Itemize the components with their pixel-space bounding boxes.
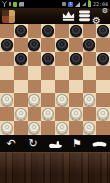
board-square-r8c4[interactable] [41, 121, 55, 135]
top-toolbar: ⚙ ⚙ [0, 8, 110, 24]
black-man[interactable] [97, 25, 109, 37]
board-square-r8c1[interactable] [0, 121, 14, 135]
white-man[interactable] [28, 122, 40, 134]
board-square-r1c4[interactable] [41, 24, 55, 38]
board-square-r2c3[interactable] [28, 38, 42, 52]
board-square-r1c8[interactable] [96, 24, 110, 38]
board-square-r7c4[interactable] [41, 107, 55, 121]
restart-icon: ↻ [28, 138, 37, 149]
board-square-r7c2[interactable] [14, 107, 28, 121]
board-square-r5c2[interactable] [14, 80, 28, 94]
board-square-r8c5[interactable] [55, 121, 69, 135]
board-square-r8c7[interactable] [83, 121, 97, 135]
white-man[interactable] [97, 108, 109, 120]
white-man[interactable] [83, 94, 95, 106]
checkers-app-icon [2, 10, 15, 23]
board-square-r6c3[interactable] [28, 93, 42, 107]
board-square-r8c3[interactable] [28, 121, 42, 135]
board-square-r2c2[interactable] [14, 38, 28, 52]
board-square-r7c6[interactable] [69, 107, 83, 121]
wood-background [0, 152, 110, 183]
white-man[interactable] [70, 108, 82, 120]
hint-button[interactable] [46, 136, 64, 151]
board-square-r2c6[interactable] [69, 38, 83, 52]
board-square-r7c3[interactable] [28, 107, 42, 121]
board-square-r6c7[interactable] [83, 93, 97, 107]
board-square-r3c6[interactable] [69, 52, 83, 66]
board-square-r4c4[interactable] [41, 66, 55, 80]
board-square-r7c7[interactable] [83, 107, 97, 121]
white-man[interactable] [83, 122, 95, 134]
black-man[interactable] [70, 25, 82, 37]
board-square-r6c8[interactable] [96, 93, 110, 107]
antenna-icon [2, 1, 7, 7]
toolbar-actions: ⚙ ⚙ [60, 9, 108, 23]
clock-text: 22:04 [93, 2, 108, 7]
app-screen: 1 22:04 [0, 0, 110, 183]
board-square-r7c5[interactable] [55, 107, 69, 121]
black-man[interactable] [28, 39, 40, 51]
board-square-r5c7[interactable] [83, 80, 97, 94]
board-square-r8c8[interactable] [96, 121, 110, 135]
status-misc-icon [9, 2, 11, 6]
board-square-r7c1[interactable] [0, 107, 14, 121]
board-square-r4c1[interactable] [0, 66, 14, 80]
board-square-r3c4[interactable] [41, 52, 55, 66]
board-square-r3c5[interactable] [55, 52, 69, 66]
coins-button[interactable] [76, 9, 92, 23]
battery-icon [88, 1, 91, 7]
board-square-r4c2[interactable] [14, 66, 28, 80]
board-square-r8c6[interactable] [69, 121, 83, 135]
board-square-r2c5[interactable] [55, 38, 69, 52]
hint-icon [48, 138, 63, 149]
status-left-icons [2, 1, 24, 7]
status-misc-icon-2 [62, 2, 66, 6]
board-square-r5c6[interactable] [69, 80, 83, 94]
black-man[interactable] [70, 53, 82, 65]
board-square-r1c5[interactable] [55, 24, 69, 38]
board-square-r6c4[interactable] [41, 93, 55, 107]
white-man[interactable] [28, 94, 40, 106]
black-man[interactable] [1, 39, 13, 51]
board-square-r2c1[interactable] [0, 38, 14, 52]
board-square-r5c8[interactable] [96, 80, 110, 94]
coins-stack-icon [78, 10, 91, 22]
board-square-r4c3[interactable] [28, 66, 42, 80]
crown-icon [61, 10, 76, 22]
board-square-r4c8[interactable] [96, 66, 110, 80]
checkers-board [0, 24, 110, 135]
restart-button[interactable]: ↻ [24, 136, 42, 151]
undo-icon: ↶ [6, 138, 15, 149]
board-square-r3c7[interactable] [83, 52, 97, 66]
board-square-r1c7[interactable] [83, 24, 97, 38]
bottom-toolbar: ↶ ↻ ⚑ [0, 135, 110, 152]
board-square-r4c7[interactable] [83, 66, 97, 80]
board-square-r1c2[interactable] [14, 24, 28, 38]
board-square-r2c4[interactable] [41, 38, 55, 52]
board-square-r2c8[interactable] [96, 38, 110, 52]
white-man[interactable] [1, 122, 13, 134]
board-square-r6c5[interactable] [55, 93, 69, 107]
white-man[interactable] [1, 94, 13, 106]
resign-button[interactable]: ⚑ [68, 136, 86, 151]
board-square-r8c2[interactable] [14, 121, 28, 135]
board-square-r5c5[interactable] [55, 80, 69, 94]
white-man[interactable] [42, 108, 54, 120]
app-notification-icon [13, 2, 17, 7]
board-square-r3c8[interactable] [96, 52, 110, 66]
black-man[interactable] [15, 25, 27, 37]
flag-icon: ⚑ [72, 138, 82, 149]
handshake-icon [92, 139, 107, 149]
undo-button[interactable]: ↶ [2, 136, 20, 151]
draw-offer-button[interactable] [90, 136, 108, 151]
sdcard-icon [19, 2, 24, 7]
board-square-r6c6[interactable] [69, 93, 83, 107]
settings-gears-icon: ⚙ ⚙ [93, 10, 107, 23]
notification-badge: 1 [68, 2, 73, 7]
white-man[interactable] [15, 108, 27, 120]
board-square-r4c5[interactable] [55, 66, 69, 80]
black-man[interactable] [15, 53, 27, 65]
white-man[interactable] [56, 122, 68, 134]
board-square-r1c6[interactable] [69, 24, 83, 38]
signal-triangle-icon [75, 2, 80, 7]
board-square-r1c1[interactable] [0, 24, 14, 38]
crown-button[interactable] [60, 9, 76, 23]
settings-button[interactable]: ⚙ ⚙ [92, 9, 108, 23]
black-man[interactable] [56, 39, 68, 51]
black-man[interactable] [97, 53, 109, 65]
board-square-r4c6[interactable] [69, 66, 83, 80]
black-man[interactable] [42, 53, 54, 65]
signal-triangle-icon-2 [82, 2, 86, 6]
board-square-r5c3[interactable] [28, 80, 42, 94]
board-square-r7c8[interactable] [96, 107, 110, 121]
board-square-r3c1[interactable] [0, 52, 14, 66]
board-square-r6c1[interactable] [0, 93, 14, 107]
black-man[interactable] [83, 39, 95, 51]
status-bar: 1 22:04 [0, 0, 110, 8]
board-square-r2c7[interactable] [83, 38, 97, 52]
board-square-r5c4[interactable] [41, 80, 55, 94]
board-square-r1c3[interactable] [28, 24, 42, 38]
board-square-r3c2[interactable] [14, 52, 28, 66]
board-square-r6c2[interactable] [14, 93, 28, 107]
white-man[interactable] [56, 94, 68, 106]
black-man[interactable] [42, 25, 54, 37]
board-square-r3c3[interactable] [28, 52, 42, 66]
board-square-r5c1[interactable] [0, 80, 14, 94]
